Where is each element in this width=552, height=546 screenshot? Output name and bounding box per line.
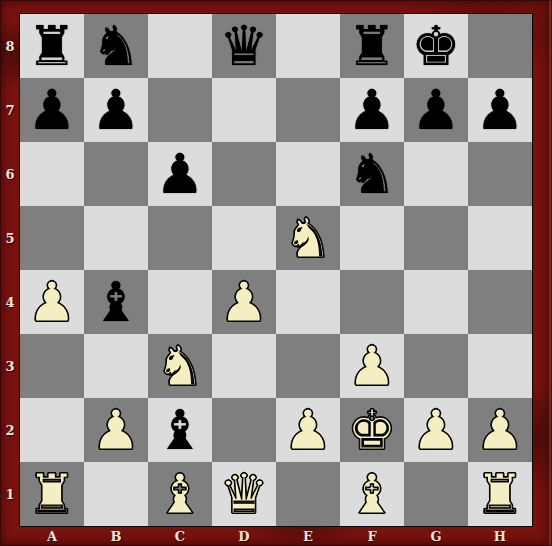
black-pawn-b7[interactable]: ♟	[84, 78, 148, 142]
square-h1[interactable]: ♜	[468, 462, 532, 526]
square-b8[interactable]: ♞	[84, 14, 148, 78]
file-label-h: H	[468, 526, 532, 546]
square-b1[interactable]	[84, 462, 148, 526]
square-h6[interactable]	[468, 142, 532, 206]
square-e5[interactable]: ♞	[276, 206, 340, 270]
square-h5[interactable]	[468, 206, 532, 270]
square-h4[interactable]	[468, 270, 532, 334]
rank-label-6: 6	[0, 142, 20, 206]
square-d2[interactable]	[212, 398, 276, 462]
file-label-e: E	[276, 526, 340, 546]
square-g5[interactable]	[404, 206, 468, 270]
square-g7[interactable]: ♟	[404, 78, 468, 142]
square-g2[interactable]: ♟	[404, 398, 468, 462]
white-pawn-b2[interactable]: ♟	[84, 398, 148, 462]
white-pawn-d4[interactable]: ♟	[212, 270, 276, 334]
rank-label-1: 1	[0, 462, 20, 526]
white-pawn-e2[interactable]: ♟	[276, 398, 340, 462]
black-bishop-b4[interactable]: ♝	[84, 270, 148, 334]
square-b6[interactable]	[84, 142, 148, 206]
black-pawn-a7[interactable]: ♟	[20, 78, 84, 142]
square-a3[interactable]	[20, 334, 84, 398]
square-c7[interactable]	[148, 78, 212, 142]
square-f2[interactable]: ♚	[340, 398, 404, 462]
square-c1[interactable]: ♝	[148, 462, 212, 526]
white-king-f2[interactable]: ♚	[340, 398, 404, 462]
square-g1[interactable]	[404, 462, 468, 526]
white-rook-h1[interactable]: ♜	[468, 462, 532, 526]
square-f5[interactable]	[340, 206, 404, 270]
black-knight-f6[interactable]: ♞	[340, 142, 404, 206]
rank-label-7: 7	[0, 78, 20, 142]
square-d8[interactable]: ♛	[212, 14, 276, 78]
board-frame: ♜♞♛♜♚♟♟♟♟♟♟♞♞♟♝♟♞♟♟♝♟♚♟♟♜♝♛♝♜ 87654321 A…	[0, 0, 552, 546]
black-bishop-c2[interactable]: ♝	[148, 398, 212, 462]
square-e7[interactable]	[276, 78, 340, 142]
square-g4[interactable]	[404, 270, 468, 334]
black-pawn-f7[interactable]: ♟	[340, 78, 404, 142]
rank-label-5: 5	[0, 206, 20, 270]
square-e6[interactable]	[276, 142, 340, 206]
square-e3[interactable]	[276, 334, 340, 398]
square-h3[interactable]	[468, 334, 532, 398]
square-a7[interactable]: ♟	[20, 78, 84, 142]
square-a5[interactable]	[20, 206, 84, 270]
file-label-g: G	[404, 526, 468, 546]
square-c6[interactable]: ♟	[148, 142, 212, 206]
file-label-b: B	[84, 526, 148, 546]
white-pawn-g2[interactable]: ♟	[404, 398, 468, 462]
square-g6[interactable]	[404, 142, 468, 206]
square-a2[interactable]	[20, 398, 84, 462]
black-king-g8[interactable]: ♚	[404, 14, 468, 78]
black-queen-d8[interactable]: ♛	[212, 14, 276, 78]
square-b4[interactable]: ♝	[84, 270, 148, 334]
square-d3[interactable]	[212, 334, 276, 398]
white-pawn-a4[interactable]: ♟	[20, 270, 84, 334]
square-a6[interactable]	[20, 142, 84, 206]
rank-label-8: 8	[0, 14, 20, 78]
square-a4[interactable]: ♟	[20, 270, 84, 334]
square-e1[interactable]	[276, 462, 340, 526]
white-bishop-f1[interactable]: ♝	[340, 462, 404, 526]
square-d4[interactable]: ♟	[212, 270, 276, 334]
square-b7[interactable]: ♟	[84, 78, 148, 142]
square-e8[interactable]	[276, 14, 340, 78]
square-a1[interactable]: ♜	[20, 462, 84, 526]
file-label-a: A	[20, 526, 84, 546]
black-pawn-g7[interactable]: ♟	[404, 78, 468, 142]
black-pawn-h7[interactable]: ♟	[468, 78, 532, 142]
chess-board: ♜♞♛♜♚♟♟♟♟♟♟♞♞♟♝♟♞♟♟♝♟♚♟♟♜♝♛♝♜	[20, 14, 532, 526]
square-e2[interactable]: ♟	[276, 398, 340, 462]
square-b5[interactable]	[84, 206, 148, 270]
square-g8[interactable]: ♚	[404, 14, 468, 78]
white-pawn-h2[interactable]: ♟	[468, 398, 532, 462]
file-label-f: F	[340, 526, 404, 546]
square-d5[interactable]	[212, 206, 276, 270]
square-a8[interactable]: ♜	[20, 14, 84, 78]
square-f8[interactable]: ♜	[340, 14, 404, 78]
file-label-d: D	[212, 526, 276, 546]
black-rook-a8[interactable]: ♜	[20, 14, 84, 78]
square-h8[interactable]	[468, 14, 532, 78]
square-c5[interactable]	[148, 206, 212, 270]
square-e4[interactable]	[276, 270, 340, 334]
white-knight-c3[interactable]: ♞	[148, 334, 212, 398]
white-pawn-f3[interactable]: ♟	[340, 334, 404, 398]
square-f7[interactable]: ♟	[340, 78, 404, 142]
square-c2[interactable]: ♝	[148, 398, 212, 462]
square-b2[interactable]: ♟	[84, 398, 148, 462]
white-rook-a1[interactable]: ♜	[20, 462, 84, 526]
square-f6[interactable]: ♞	[340, 142, 404, 206]
square-h2[interactable]: ♟	[468, 398, 532, 462]
square-f1[interactable]: ♝	[340, 462, 404, 526]
square-d6[interactable]	[212, 142, 276, 206]
square-f3[interactable]: ♟	[340, 334, 404, 398]
rank-label-2: 2	[0, 398, 20, 462]
square-f4[interactable]	[340, 270, 404, 334]
file-label-c: C	[148, 526, 212, 546]
black-knight-b8[interactable]: ♞	[84, 14, 148, 78]
black-pawn-c6[interactable]: ♟	[148, 142, 212, 206]
square-c3[interactable]: ♞	[148, 334, 212, 398]
square-b3[interactable]	[84, 334, 148, 398]
square-c4[interactable]	[148, 270, 212, 334]
black-rook-f8[interactable]: ♜	[340, 14, 404, 78]
white-bishop-c1[interactable]: ♝	[148, 462, 212, 526]
white-queen-d1[interactable]: ♛	[212, 462, 276, 526]
square-c8[interactable]	[148, 14, 212, 78]
square-h7[interactable]: ♟	[468, 78, 532, 142]
square-d7[interactable]	[212, 78, 276, 142]
rank-label-3: 3	[0, 334, 20, 398]
white-knight-e5[interactable]: ♞	[276, 206, 340, 270]
square-d1[interactable]: ♛	[212, 462, 276, 526]
rank-label-4: 4	[0, 270, 20, 334]
square-g3[interactable]	[404, 334, 468, 398]
